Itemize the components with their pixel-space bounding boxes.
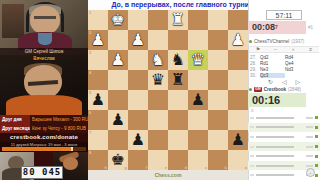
square-f1[interactable] bbox=[128, 10, 148, 30]
move-number: 28. bbox=[250, 61, 260, 66]
square-f4[interactable] bbox=[128, 70, 148, 90]
black-p-piece: ♟ bbox=[188, 90, 208, 110]
square-b7[interactable] bbox=[208, 130, 228, 150]
donor-of-day-row: Друг дня Барышев Михаил - 300 RUB bbox=[0, 115, 88, 124]
square-d2[interactable] bbox=[168, 30, 188, 50]
donor-day-label: Друг дня bbox=[0, 115, 30, 124]
move-list: 27.Qd2Rd428.Rd1Qe429.Ne3Nd330.Qc3 bbox=[248, 54, 320, 78]
streamer-clock: 00:16 bbox=[248, 93, 306, 107]
guest-shirt bbox=[6, 95, 82, 115]
square-f7[interactable]: ♟ bbox=[128, 130, 148, 150]
white-p-piece: ♟ bbox=[108, 50, 128, 70]
guest-caption: Вячеслав bbox=[0, 56, 88, 61]
list-item-status-icon bbox=[315, 155, 318, 158]
toolbar-icon-0[interactable]: ⚑ bbox=[256, 46, 260, 53]
square-a8[interactable]: a bbox=[228, 150, 248, 170]
black-move[interactable]: Qe4 bbox=[285, 61, 310, 66]
black-r-piece: ♜ bbox=[168, 70, 188, 90]
square-e5[interactable] bbox=[148, 90, 168, 110]
square-h5[interactable]: 5♟ bbox=[88, 90, 108, 110]
square-a7[interactable]: ♟ bbox=[228, 130, 248, 150]
black-move[interactable]: Rd4 bbox=[285, 55, 310, 60]
opponent-row[interactable]: ChessTVChannel (1937) bbox=[249, 38, 319, 45]
square-c8[interactable]: c bbox=[188, 150, 208, 170]
square-f5[interactable] bbox=[128, 90, 148, 110]
background-shelf bbox=[2, 4, 24, 38]
square-e3[interactable]: ♞ bbox=[148, 50, 168, 70]
square-f6[interactable] bbox=[128, 110, 148, 130]
donor-month-value: Кинг зу Читсу - 9 800 RUB bbox=[30, 124, 88, 133]
nav-icon-0[interactable]: ↻ bbox=[268, 78, 273, 86]
opponent-name: ChessTVChannel bbox=[254, 39, 289, 44]
list-item-status-icon bbox=[315, 174, 318, 177]
white-p-piece: ♟ bbox=[128, 30, 148, 50]
board-number-note: #1 bbox=[308, 25, 313, 30]
move-number: 27. bbox=[250, 55, 260, 60]
square-a6[interactable] bbox=[228, 110, 248, 130]
square-g2[interactable] bbox=[108, 30, 128, 50]
host-shirt bbox=[38, 33, 52, 45]
online-dot bbox=[249, 40, 252, 43]
square-b1[interactable] bbox=[208, 10, 228, 30]
host-face bbox=[30, 6, 60, 34]
square-c5[interactable]: ♟ bbox=[188, 90, 208, 110]
square-a5[interactable] bbox=[228, 90, 248, 110]
black-p-piece: ♟ bbox=[108, 110, 128, 130]
list-item-name bbox=[256, 174, 294, 176]
opponent-rating: (1937) bbox=[291, 39, 304, 44]
opponent-clock-time: 00:08 bbox=[252, 22, 275, 32]
square-b2[interactable] bbox=[208, 30, 228, 50]
square-g1[interactable]: ♚ bbox=[108, 10, 128, 30]
host-webcam: GM Сергей Шипов bbox=[0, 0, 88, 55]
stream-title-main: До, в перерывах, после главного турнира … bbox=[111, 1, 263, 8]
black-p-piece: ♟ bbox=[228, 130, 248, 150]
list-item-name bbox=[256, 155, 294, 157]
list-item-name bbox=[256, 126, 294, 128]
move-number: 30. bbox=[250, 73, 260, 78]
square-f2[interactable]: ♟ bbox=[128, 30, 148, 50]
black-q-piece: ♛ bbox=[148, 70, 168, 90]
nav-icon-2[interactable]: ▷ bbox=[296, 78, 301, 86]
square-f8[interactable]: f bbox=[128, 150, 148, 170]
square-c1[interactable] bbox=[188, 10, 208, 30]
donor-day-value: Барышев Михаил - 300 RUB bbox=[30, 115, 88, 124]
white-q-piece: ♛ bbox=[188, 50, 208, 70]
donate-url: crestbook.com/donate bbox=[0, 133, 88, 142]
square-d3[interactable]: ♞ bbox=[168, 50, 188, 70]
opponent-clock: 00:087 bbox=[248, 21, 306, 34]
game-toolbar: ⚑−＋≡ bbox=[249, 46, 319, 53]
toolbar-icon-1[interactable]: − bbox=[274, 46, 277, 53]
list-item-value bbox=[306, 146, 313, 148]
rank-label: 3 bbox=[89, 50, 91, 55]
list-item-value bbox=[306, 117, 313, 119]
list-item-status-icon bbox=[315, 116, 318, 119]
list-item-value bbox=[306, 165, 313, 167]
square-e1[interactable] bbox=[148, 10, 168, 30]
donor-month-label: Друг месяца bbox=[0, 124, 30, 133]
list-item-rank bbox=[250, 146, 254, 148]
list-item[interactable] bbox=[248, 151, 320, 161]
streamer-row[interactable]: GM Crestbook (2648) bbox=[249, 86, 319, 93]
rank-label: 8 bbox=[89, 150, 91, 155]
square-e7[interactable] bbox=[148, 130, 168, 150]
scroll-button[interactable]: ⌄ bbox=[306, 168, 315, 177]
square-h3[interactable]: 3 bbox=[88, 50, 108, 70]
list-item-status-icon bbox=[315, 145, 318, 148]
white-move[interactable]: Ne3 bbox=[260, 67, 285, 72]
list-item-status-icon bbox=[315, 164, 318, 167]
square-d1[interactable]: ♜ bbox=[168, 10, 188, 30]
list-item-value bbox=[306, 155, 313, 157]
list-item-status-icon bbox=[315, 135, 318, 138]
square-a2[interactable]: ♟ bbox=[228, 30, 248, 50]
square-a4[interactable] bbox=[228, 70, 248, 90]
list-item[interactable] bbox=[248, 123, 320, 133]
move-number: 29. bbox=[250, 67, 260, 72]
square-g6[interactable]: ♟ bbox=[108, 110, 128, 130]
list-item-value bbox=[306, 136, 313, 138]
square-d7[interactable] bbox=[168, 130, 188, 150]
move-navigation: ↻◁▷ bbox=[248, 78, 320, 86]
donor-of-month-row: Друг месяца Кинг зу Читсу - 9 800 RUB bbox=[0, 124, 88, 133]
stream-frame: GM Сергей Шипов Вячеслав Друг дня Барыше… bbox=[0, 0, 320, 180]
square-e6[interactable] bbox=[148, 110, 168, 130]
square-h2[interactable]: 2♟ bbox=[88, 30, 108, 50]
black-p-piece: ♟ bbox=[88, 90, 108, 110]
list-item-name bbox=[256, 165, 294, 167]
square-c6[interactable] bbox=[188, 110, 208, 130]
square-g3[interactable]: ♟ bbox=[108, 50, 128, 70]
list-item-rank bbox=[250, 165, 254, 167]
list-item-rank bbox=[250, 126, 254, 128]
session-timer: 57:11 bbox=[266, 10, 302, 20]
nav-icon-1[interactable]: ◁ bbox=[282, 78, 287, 86]
square-h7[interactable]: 7 bbox=[88, 130, 108, 150]
black-k-piece: ♚ bbox=[108, 150, 128, 170]
square-g4[interactable] bbox=[108, 70, 128, 90]
white-r-piece: ♜ bbox=[168, 10, 188, 30]
list-item-name bbox=[256, 146, 294, 148]
square-b8[interactable]: b bbox=[208, 150, 228, 170]
square-c7[interactable] bbox=[188, 130, 208, 150]
online-dot bbox=[249, 88, 252, 91]
list-item-rank bbox=[250, 117, 254, 119]
list-item[interactable] bbox=[248, 113, 320, 123]
square-g8[interactable]: g♚ bbox=[108, 150, 128, 170]
gm-title-badge: GM bbox=[254, 87, 262, 92]
square-b5[interactable] bbox=[208, 90, 228, 110]
rank-label: 4 bbox=[89, 70, 91, 75]
square-b3[interactable] bbox=[208, 50, 228, 70]
square-e4[interactable]: ♛ bbox=[148, 70, 168, 90]
toolbar-icon-2[interactable]: ＋ bbox=[291, 46, 296, 53]
square-h8[interactable]: 8h bbox=[88, 150, 108, 170]
white-move[interactable]: Qc3 bbox=[260, 73, 285, 78]
white-move[interactable]: Rd1 bbox=[260, 61, 285, 66]
square-g7[interactable] bbox=[108, 130, 128, 150]
square-d5[interactable] bbox=[168, 90, 188, 110]
goal-progress-fill bbox=[2, 147, 71, 151]
guest-webcam: Вячеслав bbox=[0, 55, 88, 115]
square-c2[interactable] bbox=[188, 30, 208, 50]
list-item[interactable] bbox=[248, 132, 320, 142]
move-row: 29.Ne3Nd3 bbox=[250, 66, 318, 72]
white-k-piece: ♚ bbox=[108, 10, 128, 30]
host-caption: GM Сергей Шипов bbox=[0, 48, 88, 55]
list-item[interactable] bbox=[248, 142, 320, 152]
square-c3[interactable]: ♛ bbox=[188, 50, 208, 70]
host-glasses bbox=[34, 16, 56, 19]
white-p-piece: ♟ bbox=[228, 30, 248, 50]
move-row: 28.Rd1Qe4 bbox=[250, 60, 318, 66]
rank-label: 6 bbox=[89, 110, 91, 115]
chesscom-watermark: Chess.com bbox=[88, 170, 248, 180]
list-item-rank bbox=[250, 174, 254, 176]
square-b6[interactable] bbox=[208, 110, 228, 130]
rank-label: 7 bbox=[89, 130, 91, 135]
white-n-piece: ♞ bbox=[148, 50, 168, 70]
square-a1[interactable] bbox=[228, 10, 248, 30]
square-d6[interactable] bbox=[168, 110, 188, 130]
square-h1[interactable]: 1 bbox=[88, 10, 108, 30]
goal-progress-tick bbox=[71, 147, 73, 151]
list-item-rank bbox=[250, 155, 254, 157]
square-f3[interactable] bbox=[128, 50, 148, 70]
streamer-rating: (2648) bbox=[288, 87, 301, 92]
list-item-value bbox=[306, 126, 313, 128]
square-b4[interactable] bbox=[208, 70, 228, 90]
rank-label: 1 bbox=[89, 10, 91, 15]
black-move[interactable]: Nd3 bbox=[285, 67, 310, 72]
square-c4[interactable] bbox=[188, 70, 208, 90]
white-move[interactable]: Qd2 bbox=[260, 55, 285, 60]
chess-board: 1♚♜2♟♟♟3♟♞♞♛4♛♜5♟♟6♟7♟♟8hg♚fedcba bbox=[88, 10, 248, 170]
donation-goal: 11 друзей Матроса: 19 мая - 3 июня bbox=[0, 142, 88, 152]
square-a3[interactable] bbox=[228, 50, 248, 70]
photo-right-face bbox=[63, 157, 78, 170]
goal-progress-bar bbox=[2, 147, 86, 151]
streamer-name: Crestbook bbox=[264, 87, 286, 92]
black-p-piece: ♟ bbox=[128, 130, 148, 150]
black-n-piece: ♞ bbox=[168, 50, 188, 70]
move-row: 27.Qd2Rd4 bbox=[250, 54, 318, 60]
square-e2[interactable] bbox=[148, 30, 168, 50]
square-h4[interactable]: 4 bbox=[88, 70, 108, 90]
list-item-name bbox=[256, 136, 294, 138]
square-e8[interactable]: e bbox=[148, 150, 168, 170]
opponent-clock-tenths: 7 bbox=[275, 24, 278, 30]
square-d8[interactable]: d bbox=[168, 150, 188, 170]
square-h6[interactable]: 6 bbox=[88, 110, 108, 130]
list-item-name bbox=[256, 117, 294, 119]
square-d4[interactable]: ♜ bbox=[168, 70, 188, 90]
square-g5[interactable] bbox=[108, 90, 128, 110]
white-p-piece: ♟ bbox=[88, 30, 108, 50]
list-item-status-icon bbox=[315, 126, 318, 129]
list-item-rank bbox=[250, 136, 254, 138]
toolbar-icon-3[interactable]: ≡ bbox=[309, 46, 312, 53]
donation-counter: 80 045 bbox=[21, 166, 63, 179]
